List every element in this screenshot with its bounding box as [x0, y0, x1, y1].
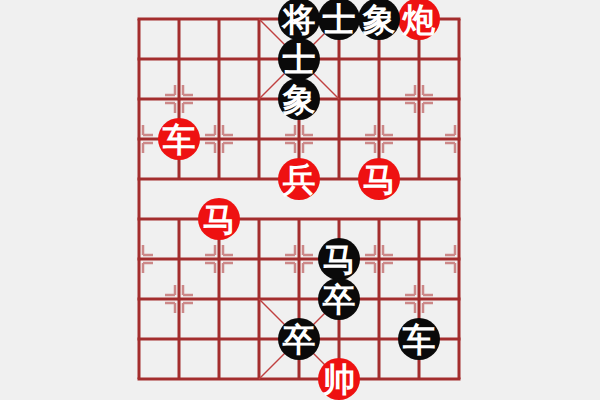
piece-red-horse[interactable]: 马	[358, 158, 400, 200]
piece-black-elephant[interactable]: 象	[358, 0, 400, 40]
pieces-layer: 炮车兵马马帅将士象士象马卒卒车	[0, 0, 600, 400]
piece-black-advisor[interactable]: 士	[318, 0, 360, 40]
piece-red-soldier[interactable]: 兵	[278, 158, 320, 200]
piece-red-horse[interactable]: 马	[198, 198, 240, 240]
piece-black-horse[interactable]: 马	[318, 238, 360, 280]
piece-red-cannon[interactable]: 炮	[398, 0, 440, 40]
piece-black-chariot[interactable]: 车	[398, 318, 440, 360]
piece-red-chariot[interactable]: 车	[158, 118, 200, 160]
xiangqi-board: 炮车兵马马帅将士象士象马卒卒车	[0, 0, 600, 400]
piece-black-soldier[interactable]: 卒	[318, 278, 360, 320]
piece-black-soldier[interactable]: 卒	[278, 318, 320, 360]
piece-black-advisor[interactable]: 士	[278, 38, 320, 80]
piece-red-general[interactable]: 帅	[318, 358, 360, 400]
piece-black-elephant[interactable]: 象	[278, 78, 320, 120]
piece-black-general[interactable]: 将	[278, 0, 320, 40]
